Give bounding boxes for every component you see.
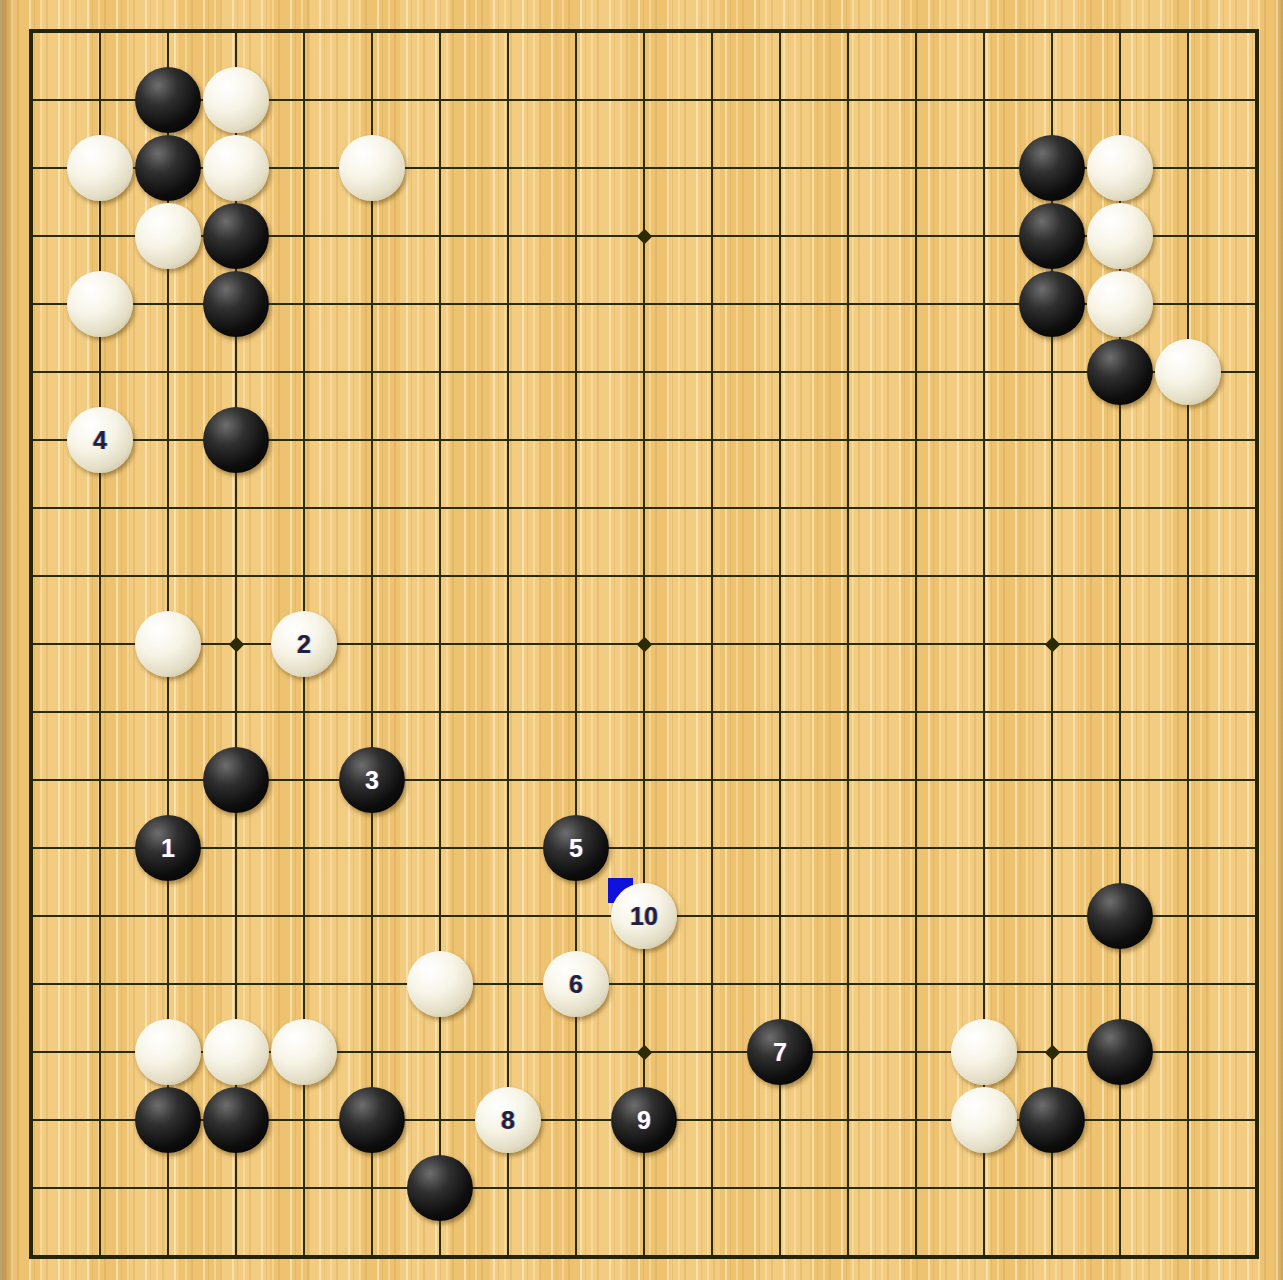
star-point [1044,1044,1060,1060]
move-number: 7 [773,1040,787,1065]
stone-white[interactable] [203,67,269,133]
stone-black[interactable]: 5 [543,815,609,881]
stone-white[interactable] [1087,135,1153,201]
move-number: 9 [637,1108,651,1133]
stone-black[interactable] [203,1087,269,1153]
stone-white[interactable] [951,1019,1017,1085]
move-number: 5 [569,836,583,861]
stone-black[interactable] [203,203,269,269]
stone-black[interactable] [339,1087,405,1153]
stone-white[interactable] [407,951,473,1017]
stone-white[interactable] [1155,339,1221,405]
star-point [228,636,244,652]
stone-white[interactable] [951,1087,1017,1153]
move-number: 8 [501,1108,515,1133]
stone-black[interactable] [1087,883,1153,949]
stone-white[interactable]: 4 [67,407,133,473]
move-number: 6 [569,972,583,997]
stone-white[interactable]: 6 [543,951,609,1017]
stone-black[interactable] [135,135,201,201]
stone-black[interactable] [203,747,269,813]
move-number: 2 [297,632,311,657]
star-point [636,228,652,244]
stone-black[interactable]: 7 [747,1019,813,1085]
stone-white[interactable]: 2 [271,611,337,677]
stone-black[interactable]: 3 [339,747,405,813]
stone-white[interactable] [67,271,133,337]
stone-black[interactable] [1087,1019,1153,1085]
stone-black[interactable]: 9 [611,1087,677,1153]
star-point [1044,636,1060,652]
stone-black[interactable] [1019,135,1085,201]
stone-black[interactable] [203,271,269,337]
go-board: 42315106789 [0,0,1283,1280]
stone-white[interactable]: 8 [475,1087,541,1153]
move-number: 1 [161,836,175,861]
star-point [636,1044,652,1060]
star-point [636,636,652,652]
stone-black[interactable] [135,67,201,133]
stone-white[interactable] [339,135,405,201]
stone-black[interactable] [203,407,269,473]
stone-black[interactable] [1019,1087,1085,1153]
stone-white[interactable] [67,135,133,201]
stone-white[interactable] [1087,203,1153,269]
stone-black[interactable] [1087,339,1153,405]
move-number: 4 [93,428,107,453]
stone-black[interactable] [135,1087,201,1153]
stone-white[interactable] [1087,271,1153,337]
stone-black[interactable] [1019,271,1085,337]
stones-layer[interactable]: 42315106789 [0,0,1283,1280]
stone-white[interactable]: 10 [611,883,677,949]
stone-black[interactable]: 1 [135,815,201,881]
stone-black[interactable] [1019,203,1085,269]
stone-white[interactable] [135,203,201,269]
move-number: 10 [630,904,658,929]
stone-white[interactable] [203,135,269,201]
stone-white[interactable] [135,611,201,677]
stone-white[interactable] [271,1019,337,1085]
stone-black[interactable] [407,1155,473,1221]
stone-white[interactable] [203,1019,269,1085]
move-number: 3 [365,768,379,793]
stone-white[interactable] [135,1019,201,1085]
